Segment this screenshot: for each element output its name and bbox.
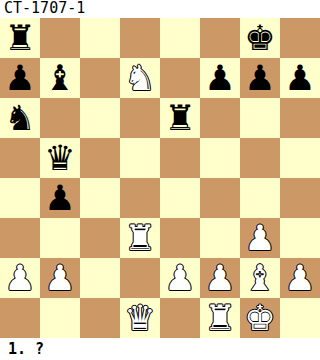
white-queen-d1[interactable]: ♛: [124, 298, 155, 338]
square-b4[interactable]: ♟: [40, 178, 80, 218]
square-d6[interactable]: [120, 98, 160, 138]
square-g3[interactable]: ♟: [240, 218, 280, 258]
white-pawn-b2[interactable]: ♟: [44, 258, 75, 298]
square-c5[interactable]: [80, 138, 120, 178]
square-d3[interactable]: ♜: [120, 218, 160, 258]
square-b3[interactable]: [40, 218, 80, 258]
square-g2[interactable]: ♝: [240, 258, 280, 298]
square-f8[interactable]: [200, 18, 240, 58]
black-rook-a8[interactable]: ♜: [4, 18, 35, 58]
square-c1[interactable]: [80, 298, 120, 338]
square-f6[interactable]: [200, 98, 240, 138]
square-c7[interactable]: [80, 58, 120, 98]
square-c4[interactable]: [80, 178, 120, 218]
square-b6[interactable]: [40, 98, 80, 138]
square-e7[interactable]: [160, 58, 200, 98]
white-pawn-f2[interactable]: ♟: [204, 258, 235, 298]
square-c3[interactable]: [80, 218, 120, 258]
white-pawn-h2[interactable]: ♟: [284, 258, 315, 298]
square-h2[interactable]: ♟: [280, 258, 320, 298]
square-a8[interactable]: ♜: [0, 18, 40, 58]
square-h3[interactable]: [280, 218, 320, 258]
square-f2[interactable]: ♟: [200, 258, 240, 298]
white-rook-f1[interactable]: ♜: [204, 298, 235, 338]
square-e4[interactable]: [160, 178, 200, 218]
black-pawn-h7[interactable]: ♟: [284, 58, 315, 98]
square-e1[interactable]: [160, 298, 200, 338]
white-pawn-a2[interactable]: ♟: [4, 258, 35, 298]
square-e5[interactable]: [160, 138, 200, 178]
square-g6[interactable]: [240, 98, 280, 138]
square-b8[interactable]: [40, 18, 80, 58]
square-g8[interactable]: ♚: [240, 18, 280, 58]
square-b7[interactable]: ♝: [40, 58, 80, 98]
black-pawn-a7[interactable]: ♟: [4, 58, 35, 98]
square-e8[interactable]: [160, 18, 200, 58]
square-d1[interactable]: ♛: [120, 298, 160, 338]
white-king-g1[interactable]: ♚: [244, 298, 275, 338]
square-f1[interactable]: ♜: [200, 298, 240, 338]
black-knight-a6[interactable]: ♞: [4, 98, 35, 138]
square-f4[interactable]: [200, 178, 240, 218]
black-pawn-b4[interactable]: ♟: [44, 178, 75, 218]
square-e2[interactable]: ♟: [160, 258, 200, 298]
square-b1[interactable]: [40, 298, 80, 338]
square-d5[interactable]: [120, 138, 160, 178]
square-c2[interactable]: [80, 258, 120, 298]
puzzle-title: CT-1707-1: [4, 0, 85, 17]
white-knight-d7[interactable]: ♞: [124, 58, 155, 98]
black-pawn-f7[interactable]: ♟: [204, 58, 235, 98]
square-h1[interactable]: [280, 298, 320, 338]
square-h6[interactable]: [280, 98, 320, 138]
square-g4[interactable]: [240, 178, 280, 218]
square-a3[interactable]: [0, 218, 40, 258]
square-b2[interactable]: ♟: [40, 258, 80, 298]
square-h4[interactable]: [280, 178, 320, 218]
square-h8[interactable]: [280, 18, 320, 58]
square-c6[interactable]: [80, 98, 120, 138]
square-a6[interactable]: ♞: [0, 98, 40, 138]
square-e6[interactable]: ♜: [160, 98, 200, 138]
square-e3[interactable]: [160, 218, 200, 258]
square-f7[interactable]: ♟: [200, 58, 240, 98]
white-bishop-g2[interactable]: ♝: [244, 258, 275, 298]
square-a7[interactable]: ♟: [0, 58, 40, 98]
chess-board: ♜♚♟♝♞♟♟♟♞♜♛♟♜♟♟♟♟♟♝♟♛♜♚: [0, 18, 320, 338]
square-h7[interactable]: ♟: [280, 58, 320, 98]
black-queen-b5[interactable]: ♛: [44, 138, 75, 178]
square-c8[interactable]: [80, 18, 120, 58]
square-d2[interactable]: [120, 258, 160, 298]
white-pawn-g3[interactable]: ♟: [244, 218, 275, 258]
square-d7[interactable]: ♞: [120, 58, 160, 98]
black-bishop-b7[interactable]: ♝: [44, 58, 75, 98]
square-h5[interactable]: [280, 138, 320, 178]
move-prompt: 1. ?: [8, 339, 44, 359]
square-f3[interactable]: [200, 218, 240, 258]
square-g7[interactable]: ♟: [240, 58, 280, 98]
white-rook-d3[interactable]: ♜: [124, 218, 155, 258]
square-a5[interactable]: [0, 138, 40, 178]
square-d4[interactable]: [120, 178, 160, 218]
square-f5[interactable]: [200, 138, 240, 178]
white-pawn-e2[interactable]: ♟: [164, 258, 195, 298]
black-king-g8[interactable]: ♚: [244, 18, 275, 58]
square-g5[interactable]: [240, 138, 280, 178]
square-a1[interactable]: [0, 298, 40, 338]
square-g1[interactable]: ♚: [240, 298, 280, 338]
square-a2[interactable]: ♟: [0, 258, 40, 298]
black-rook-e6[interactable]: ♜: [164, 98, 195, 138]
black-pawn-g7[interactable]: ♟: [244, 58, 275, 98]
square-d8[interactable]: [120, 18, 160, 58]
square-a4[interactable]: [0, 178, 40, 218]
square-b5[interactable]: ♛: [40, 138, 80, 178]
